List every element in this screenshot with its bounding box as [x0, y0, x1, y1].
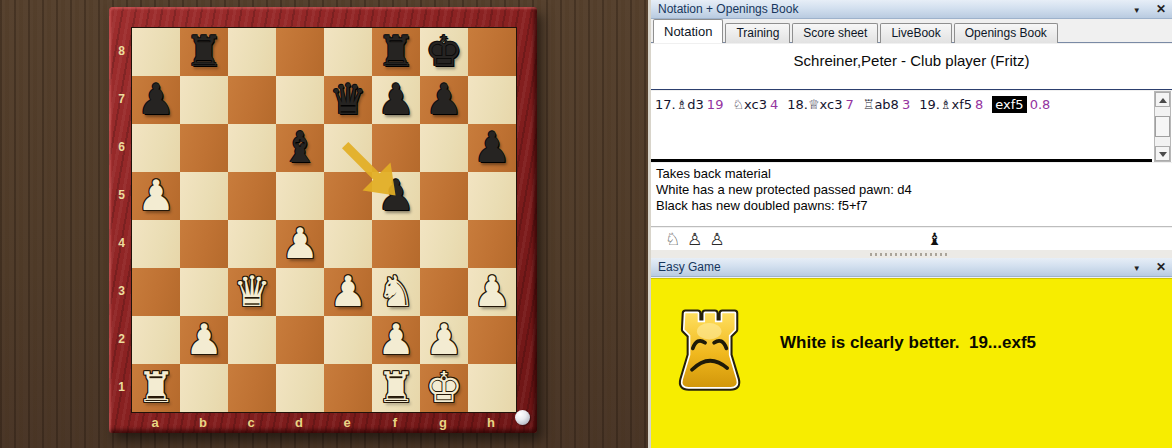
rank-label-8: 8: [114, 27, 129, 75]
square-a7[interactable]: ♟: [132, 76, 180, 124]
move-time: 0.8: [1030, 97, 1051, 112]
game-title-area: Schreiner,Peter - Club player (Fritz): [651, 44, 1172, 90]
square-d6[interactable]: ♝: [276, 124, 324, 172]
tab-score-sheet[interactable]: Score sheet: [792, 23, 878, 43]
square-e8[interactable]: [324, 28, 372, 76]
piece-black-rook[interactable]: ♜: [180, 28, 228, 76]
rank-label-5: 5: [114, 171, 129, 219]
notation-panel-header[interactable]: Notation + Openings Book ▼ ✕: [651, 0, 1172, 19]
square-f1[interactable]: ♜: [372, 364, 420, 412]
scroll-down-icon[interactable]: [1155, 146, 1170, 161]
square-g1[interactable]: ♚: [420, 364, 468, 412]
square-d2[interactable]: [276, 316, 324, 364]
square-h5[interactable]: [468, 172, 516, 220]
square-f6[interactable]: [372, 124, 420, 172]
square-b1[interactable]: [180, 364, 228, 412]
square-a2[interactable]: [132, 316, 180, 364]
square-c1[interactable]: [228, 364, 276, 412]
square-c5[interactable]: [228, 172, 276, 220]
square-c4[interactable]: [228, 220, 276, 268]
piece-black-pawn[interactable]: ♟: [372, 172, 420, 220]
square-f8[interactable]: ♜: [372, 28, 420, 76]
move-xf5[interactable]: 19.♗xf5: [919, 97, 972, 112]
square-b5[interactable]: [180, 172, 228, 220]
square-g6[interactable]: [420, 124, 468, 172]
file-label-e: e: [323, 414, 371, 432]
square-a3[interactable]: [132, 268, 180, 316]
file-label-g: g: [419, 414, 467, 432]
piece-black-rook[interactable]: ♜: [372, 28, 420, 76]
square-c6[interactable]: [228, 124, 276, 172]
move-time: 7: [845, 97, 853, 112]
square-b7[interactable]: [180, 76, 228, 124]
piece-white-pawn[interactable]: ♟: [420, 316, 468, 364]
notation-panel-title: Notation + Openings Book: [658, 2, 798, 16]
square-b3[interactable]: [180, 268, 228, 316]
square-g4[interactable]: [420, 220, 468, 268]
white-to-move-indicator: [515, 410, 530, 425]
move-xc3[interactable]: ♘xc3: [732, 97, 767, 112]
square-h8[interactable]: [468, 28, 516, 76]
square-f7[interactable]: ♟: [372, 76, 420, 124]
easy-game-panel: White is clearly better. 19...exf5: [651, 278, 1172, 448]
rank-label-2: 2: [114, 315, 129, 363]
file-label-d: d: [275, 414, 323, 432]
square-a6[interactable]: [132, 124, 180, 172]
piece-white-rook[interactable]: ♜: [372, 364, 420, 412]
chess-board[interactable]: ♜♜♚♟♛♟♟♝♟♟♟♟♛♟♞♟♟♟♟♜♜♚: [131, 27, 517, 413]
tab-livebook[interactable]: LiveBook: [880, 23, 951, 43]
notation-tabs: NotationTrainingScore sheetLiveBookOpeni…: [651, 19, 1172, 43]
splitter-grip[interactable]: [870, 253, 948, 256]
chess-board-frame: 87654321 ♜♜♚♟♛♟♟♝♟♟♟♟♛♟♞♟♟♟♟♜♜♚ abcdefgh: [109, 7, 537, 433]
white-extra-material: ♘♙♙: [665, 229, 732, 249]
file-label-c: c: [227, 414, 275, 432]
piece-white-queen[interactable]: ♛: [228, 268, 276, 316]
easy-game-dropdown-icon[interactable]: ▼: [1133, 259, 1141, 278]
tab-notation[interactable]: Notation: [653, 19, 723, 43]
move-ab8[interactable]: ♖ab8: [863, 97, 899, 112]
rank-label-7: 7: [114, 75, 129, 123]
square-b8[interactable]: ♜: [180, 28, 228, 76]
piece-black-pawn[interactable]: ♟: [372, 76, 420, 124]
piece-white-pawn[interactable]: ♟: [132, 172, 180, 220]
piece-white-pawn[interactable]: ♟: [180, 316, 228, 364]
square-g2[interactable]: ♟: [420, 316, 468, 364]
square-h7[interactable]: [468, 76, 516, 124]
move-time: 4: [770, 97, 778, 112]
piece-white-pawn[interactable]: ♟: [468, 268, 516, 316]
move-time: 3: [902, 97, 910, 112]
piece-black-king[interactable]: ♚: [420, 28, 468, 76]
square-h2[interactable]: [468, 316, 516, 364]
square-e4[interactable]: [324, 220, 372, 268]
square-f4[interactable]: [372, 220, 420, 268]
square-f2[interactable]: ♟: [372, 316, 420, 364]
square-g8[interactable]: ♚: [420, 28, 468, 76]
square-c7[interactable]: [228, 76, 276, 124]
piece-black-pawn[interactable]: ♟: [420, 76, 468, 124]
square-g7[interactable]: ♟: [420, 76, 468, 124]
easy-game-header[interactable]: Easy Game ▼ ✕: [651, 258, 1172, 277]
square-e7[interactable]: ♛: [324, 76, 372, 124]
piece-white-rook[interactable]: ♜: [132, 364, 180, 412]
moves-scrollbar[interactable]: [1154, 91, 1171, 162]
piece-black-pawn[interactable]: ♟: [132, 76, 180, 124]
rank-label-1: 1: [114, 363, 129, 411]
scrollbar-thumb[interactable]: [1155, 116, 1170, 137]
file-label-a: a: [131, 414, 179, 432]
file-label-h: h: [467, 414, 515, 432]
move-exf5[interactable]: exf5: [992, 96, 1026, 113]
square-g3[interactable]: [420, 268, 468, 316]
tab-openings-book[interactable]: Openings Book: [954, 23, 1058, 43]
tab-training[interactable]: Training: [725, 23, 790, 43]
piece-white-pawn[interactable]: ♟: [324, 268, 372, 316]
square-e2[interactable]: [324, 316, 372, 364]
easy-game-title: Easy Game: [658, 260, 721, 274]
square-a4[interactable]: [132, 220, 180, 268]
panel-dropdown-icon[interactable]: ▼: [1133, 1, 1141, 20]
square-g5[interactable]: [420, 172, 468, 220]
move-list[interactable]: 17.♗d319♘xc3418.♕xc37♖ab8319.♗xf58exf50.…: [651, 91, 1152, 162]
file-label-b: b: [179, 414, 227, 432]
square-d7[interactable]: [276, 76, 324, 124]
game-players-title: Schreiner,Peter - Club player (Fritz): [651, 52, 1172, 69]
sad-rook-icon: [669, 300, 751, 392]
square-f5[interactable]: ♟: [372, 172, 420, 220]
commentary-line: Takes back material: [656, 166, 1172, 182]
square-b4[interactable]: [180, 220, 228, 268]
square-h3[interactable]: ♟: [468, 268, 516, 316]
square-d1[interactable]: [276, 364, 324, 412]
square-b6[interactable]: [180, 124, 228, 172]
square-d4[interactable]: ♟: [276, 220, 324, 268]
file-label-f: f: [371, 414, 419, 432]
piece-white-pawn[interactable]: ♟: [372, 316, 420, 364]
square-d3[interactable]: [276, 268, 324, 316]
square-h6[interactable]: ♟: [468, 124, 516, 172]
piece-black-queen[interactable]: ♛: [324, 76, 372, 124]
square-e6[interactable]: [324, 124, 372, 172]
square-a8[interactable]: [132, 28, 180, 76]
piece-white-knight[interactable]: ♞: [372, 268, 420, 316]
commentary-line: Black has new doubled pawns: f5+f7: [656, 198, 1172, 214]
square-a1[interactable]: ♜: [132, 364, 180, 412]
material-balance-row: ♘♙♙ ♝: [651, 228, 1172, 250]
square-c8[interactable]: [228, 28, 276, 76]
square-f3[interactable]: ♞: [372, 268, 420, 316]
move-d3[interactable]: 17.♗d3: [655, 97, 704, 112]
square-c3[interactable]: ♛: [228, 268, 276, 316]
square-h4[interactable]: [468, 220, 516, 268]
moves-area: 17.♗d319♘xc3418.♕xc37♖ab8319.♗xf58exf50.…: [651, 91, 1172, 162]
square-h1[interactable]: [468, 364, 516, 412]
square-e5[interactable]: [324, 172, 372, 220]
rank-labels: 87654321: [114, 27, 129, 411]
evaluation-message: White is clearly better. 19...exf5: [780, 333, 1036, 353]
square-e1[interactable]: [324, 364, 372, 412]
piece-black-bishop[interactable]: ♝: [276, 124, 324, 172]
square-a5[interactable]: ♟: [132, 172, 180, 220]
panel-close-icon[interactable]: ✕: [1156, 0, 1166, 19]
piece-white-king[interactable]: ♚: [420, 364, 468, 412]
file-labels: abcdefgh: [131, 414, 517, 432]
notation-openings-panel: Notation + Openings Book ▼ ✕ NotationTra…: [651, 0, 1172, 448]
square-b2[interactable]: ♟: [180, 316, 228, 364]
move-xc3[interactable]: 18.♕xc3: [787, 97, 842, 112]
scroll-up-icon[interactable]: [1155, 92, 1170, 107]
move-time: 8: [975, 97, 983, 112]
piece-white-pawn[interactable]: ♟: [276, 220, 324, 268]
easy-game-close-icon[interactable]: ✕: [1156, 258, 1166, 277]
square-d8[interactable]: [276, 28, 324, 76]
commentary-line: White has a new protected passed pawn: d…: [656, 182, 1172, 198]
move-time: 19: [707, 97, 724, 112]
square-c2[interactable]: [228, 316, 276, 364]
rank-label-6: 6: [114, 123, 129, 171]
piece-black-pawn[interactable]: ♟: [468, 124, 516, 172]
square-d5[interactable]: [276, 172, 324, 220]
panel-splitter: [651, 250, 1172, 258]
position-commentary: Takes back material White has a new prot…: [651, 163, 1172, 227]
rank-label-4: 4: [114, 219, 129, 267]
rank-label-3: 3: [114, 267, 129, 315]
square-e3[interactable]: ♟: [324, 268, 372, 316]
black-extra-material: ♝: [927, 229, 949, 249]
